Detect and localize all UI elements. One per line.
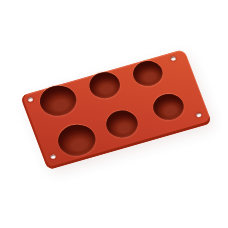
corner-hole-top (170, 56, 176, 61)
corner-hole-bottom (49, 154, 55, 159)
mould-cavity-front-left (53, 121, 100, 160)
silicone-mould (20, 49, 212, 170)
mould-cavity-back-left (35, 81, 80, 119)
corner-hole-right (195, 113, 201, 118)
mould-cavity-back-middle (85, 68, 123, 101)
mould-cavity-back-right (129, 58, 166, 89)
product-photo (0, 0, 228, 228)
corner-hole-left (27, 97, 33, 102)
mould-cavity-front-right (149, 90, 187, 123)
mould-cavity-front-middle (102, 107, 141, 141)
